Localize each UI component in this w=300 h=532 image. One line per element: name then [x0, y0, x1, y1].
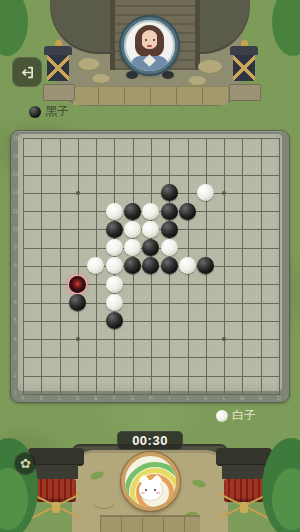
gomoku-game-screen: 黑子 151413121110987654321ABCDEFGHIJKLMNO …	[0, 0, 300, 532]
black-stone	[142, 257, 159, 274]
white-stone	[197, 184, 214, 201]
black-stone	[179, 203, 196, 220]
lantern-roof	[44, 46, 72, 55]
shrine-body	[34, 465, 78, 479]
cat-character	[139, 480, 162, 500]
avatar-stand-foot	[126, 71, 138, 79]
black-stone	[197, 257, 214, 274]
stones-grid	[14, 129, 288, 403]
lantern-body	[233, 55, 255, 81]
cat-blush	[141, 492, 145, 494]
back-icon	[19, 64, 36, 81]
player-avatar	[121, 452, 180, 511]
stone-tile-strip	[72, 86, 228, 105]
avatar-eye	[153, 39, 155, 41]
stepping-stone	[78, 58, 100, 71]
black-stone	[161, 184, 178, 201]
tassel-knot	[52, 502, 60, 513]
black-stone	[106, 312, 123, 329]
bush-top-left	[0, 0, 28, 56]
lantern-roof	[230, 46, 258, 55]
white-stone	[87, 257, 104, 274]
cat-eye	[154, 489, 156, 491]
tassel-knot	[240, 502, 248, 513]
white-stone	[161, 239, 178, 256]
stepping-stone	[188, 76, 206, 86]
white-stone	[124, 239, 141, 256]
white-stone	[106, 203, 123, 220]
black-player-label: 黑子	[29, 103, 69, 120]
avatar-hair-lock	[157, 32, 162, 48]
leaf-ornament	[191, 478, 206, 488]
white-stone	[106, 294, 123, 311]
black-stone-icon	[29, 106, 41, 118]
white-stone	[106, 257, 123, 274]
stone-lantern-right	[224, 40, 264, 102]
avatar-eye	[145, 39, 147, 41]
shrine-roof	[216, 448, 272, 464]
white-stone	[142, 221, 159, 238]
black-stone	[142, 239, 159, 256]
bush-top-right	[272, 0, 300, 56]
black-stone	[161, 221, 178, 238]
black-stone	[124, 257, 141, 274]
stepping-stone	[94, 498, 114, 509]
black-label-text: 黑子	[45, 103, 69, 120]
stepping-stone	[92, 74, 110, 84]
black-stone	[69, 294, 86, 311]
lantern-pedestal	[43, 84, 75, 101]
opponent-avatar	[121, 17, 178, 74]
black-stone	[124, 203, 141, 220]
white-stone	[106, 239, 123, 256]
white-player-label: 白子	[216, 407, 256, 424]
white-label-text: 白子	[232, 407, 256, 424]
black-stone	[161, 257, 178, 274]
lantern-body	[47, 55, 69, 81]
cat-eye	[145, 489, 147, 491]
bottom-steps	[100, 515, 200, 532]
move-timer: 00:30	[117, 431, 183, 450]
stepping-stone	[198, 60, 222, 74]
lantern-pedestal	[229, 84, 261, 101]
avatar-hair-lock	[137, 32, 142, 48]
cat-blush	[156, 492, 160, 494]
leaf-ornament	[89, 470, 105, 481]
black-stone	[69, 276, 86, 293]
avatar-lips	[147, 45, 152, 47]
white-stone	[106, 276, 123, 293]
gomoku-board: 151413121110987654321ABCDEFGHIJKLMNO	[10, 130, 290, 403]
black-stone	[161, 203, 178, 220]
white-stone-icon	[216, 410, 228, 422]
white-stone	[142, 203, 159, 220]
back-button[interactable]	[12, 57, 42, 87]
shrine-body	[222, 465, 266, 479]
avatar-stand-foot	[162, 71, 174, 79]
settings-icon: ✿	[20, 457, 31, 470]
stone-lantern-left	[38, 40, 78, 102]
settings-button[interactable]: ✿	[14, 452, 37, 475]
white-stone	[124, 221, 141, 238]
white-stone	[179, 257, 196, 274]
black-stone	[106, 221, 123, 238]
